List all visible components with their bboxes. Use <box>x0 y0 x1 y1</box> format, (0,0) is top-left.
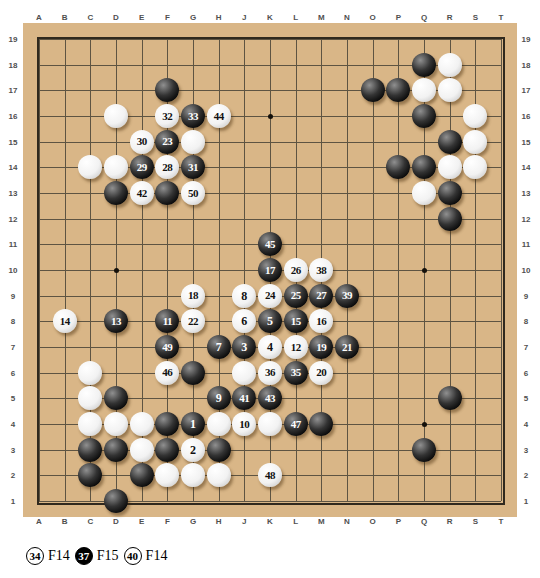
stone-black-k10: 17 <box>258 258 282 282</box>
stone-black-n7: 21 <box>335 335 359 359</box>
stone-black-h5: 9 <box>207 386 231 410</box>
coord-label-left: 19 <box>9 35 18 44</box>
coord-label-top: M <box>318 13 325 22</box>
move-number: 15 <box>291 316 301 327</box>
move-number: 27 <box>316 290 326 301</box>
coord-label-right: 1 <box>524 497 528 506</box>
coord-label-top: K <box>267 13 273 22</box>
move-number: 1 <box>190 418 196 430</box>
move-caption: 34F1437F1540F14 <box>26 545 167 567</box>
caption-stone-black: 37 <box>75 547 93 565</box>
move-number: 39 <box>342 290 352 301</box>
stone-black-d1 <box>104 489 128 513</box>
stone-white-k7: 4 <box>258 335 282 359</box>
stone-white-e3 <box>130 438 154 462</box>
stone-black-r12 <box>438 207 462 231</box>
stone-white-k6: 36 <box>258 361 282 385</box>
move-number: 41 <box>239 393 249 404</box>
coord-label-left: 9 <box>11 291 15 300</box>
move-number: 33 <box>188 111 198 122</box>
stone-black-q18 <box>412 53 436 77</box>
coord-label-left: 10 <box>9 266 18 275</box>
stone-black-l8: 15 <box>284 309 308 333</box>
move-number: 10 <box>239 419 249 430</box>
coord-label-right: 15 <box>522 137 531 146</box>
coord-label-right: 16 <box>522 112 531 121</box>
coord-label-top: R <box>447 13 453 22</box>
move-number: 3 <box>241 341 247 353</box>
stone-white-g13: 50 <box>181 181 205 205</box>
coord-label-bottom: P <box>396 517 401 526</box>
coord-label-bottom: N <box>344 517 350 526</box>
coord-label-top: E <box>139 13 144 22</box>
stone-white-h4 <box>207 412 231 436</box>
stone-black-r13 <box>438 181 462 205</box>
move-number: 36 <box>265 367 275 378</box>
coord-label-bottom: M <box>318 517 325 526</box>
stone-black-f15: 23 <box>155 130 179 154</box>
coord-label-right: 5 <box>524 394 528 403</box>
coord-label-top: B <box>62 13 68 22</box>
move-number: 22 <box>188 316 198 327</box>
coord-label-bottom: S <box>473 517 478 526</box>
stone-black-g16: 33 <box>181 104 205 128</box>
coord-label-left: 1 <box>11 497 15 506</box>
stone-black-h3 <box>207 438 231 462</box>
go-diagram-page: AABBCCDDEEFFGGHHJJKKLLMMNNOOPPQQRRSSTT19… <box>0 0 540 578</box>
coord-label-top: J <box>242 13 246 22</box>
move-number: 14 <box>60 316 70 327</box>
stone-black-d3 <box>104 438 128 462</box>
coord-label-bottom: B <box>62 517 68 526</box>
coord-label-left: 18 <box>9 60 18 69</box>
move-number: 19 <box>316 342 326 353</box>
coord-label-bottom: H <box>216 517 222 526</box>
move-number: 48 <box>265 470 275 481</box>
stone-white-k9: 24 <box>258 284 282 308</box>
coord-label-right: 10 <box>522 266 531 275</box>
stone-black-g4: 1 <box>181 412 205 436</box>
stone-black-n9: 39 <box>335 284 359 308</box>
move-number: 4 <box>267 341 273 353</box>
coord-label-top: O <box>370 13 376 22</box>
hoshi-dot <box>422 268 427 273</box>
stone-white-d16 <box>104 104 128 128</box>
coord-label-right: 4 <box>524 420 528 429</box>
coord-label-left: 7 <box>11 343 15 352</box>
stone-white-d4 <box>104 412 128 436</box>
coord-label-right: 18 <box>522 60 531 69</box>
caption-point: F15 <box>97 548 119 564</box>
move-number: 23 <box>162 136 172 147</box>
move-number: 47 <box>291 419 301 430</box>
move-number: 16 <box>316 316 326 327</box>
coord-label-bottom: D <box>113 517 119 526</box>
caption-item: 40F14 <box>124 547 168 565</box>
move-number: 44 <box>214 111 224 122</box>
move-number: 17 <box>265 265 275 276</box>
stone-black-l4: 47 <box>284 412 308 436</box>
move-number: 45 <box>265 239 275 250</box>
coord-label-left: 4 <box>11 420 15 429</box>
coord-label-top: P <box>396 13 401 22</box>
coord-label-bottom: L <box>293 517 298 526</box>
coord-label-left: 6 <box>11 368 15 377</box>
coord-label-left: 13 <box>9 189 18 198</box>
stone-white-l10: 26 <box>284 258 308 282</box>
coord-label-top: L <box>293 13 298 22</box>
coord-label-right: 9 <box>524 291 528 300</box>
caption-point: F14 <box>48 548 70 564</box>
coord-label-bottom: O <box>370 517 376 526</box>
move-number: 9 <box>216 392 222 404</box>
coord-label-bottom: C <box>87 517 93 526</box>
move-number: 21 <box>342 342 352 353</box>
stone-white-m6: 20 <box>309 361 333 385</box>
move-number: 38 <box>316 265 326 276</box>
caption-item: 34F14 <box>26 547 70 565</box>
stone-white-j9: 8 <box>232 284 256 308</box>
coord-label-right: 11 <box>522 240 530 249</box>
stone-black-g6 <box>181 361 205 385</box>
move-number: 43 <box>265 393 275 404</box>
stone-white-b8: 14 <box>53 309 77 333</box>
stone-white-l7: 12 <box>284 335 308 359</box>
coord-label-right: 3 <box>524 445 528 454</box>
stone-black-f3 <box>155 438 179 462</box>
move-number: 29 <box>137 162 147 173</box>
move-number: 2 <box>190 444 196 456</box>
hoshi-dot <box>114 268 119 273</box>
coord-label-bottom: J <box>242 517 246 526</box>
move-number: 25 <box>291 290 301 301</box>
coord-label-right: 2 <box>524 471 528 480</box>
coord-label-bottom: F <box>165 517 170 526</box>
hoshi-dot <box>268 114 273 119</box>
stone-black-r15 <box>438 130 462 154</box>
stone-white-g3: 2 <box>181 438 205 462</box>
move-number: 24 <box>265 290 275 301</box>
stone-black-l9: 25 <box>284 284 308 308</box>
stone-black-c3 <box>78 438 102 462</box>
stone-white-f6: 46 <box>155 361 179 385</box>
coord-label-left: 16 <box>9 112 18 121</box>
stone-black-o17 <box>361 78 385 102</box>
coord-label-right: 8 <box>524 317 528 326</box>
coord-label-right: 13 <box>522 189 531 198</box>
coord-label-left: 15 <box>9 137 18 146</box>
stone-white-e13: 42 <box>130 181 154 205</box>
move-number: 31 <box>188 162 198 173</box>
stone-black-r5 <box>438 386 462 410</box>
coord-label-right: 19 <box>522 35 531 44</box>
move-number: 26 <box>291 265 301 276</box>
coord-label-left: 12 <box>9 214 18 223</box>
coord-label-top: H <box>216 13 222 22</box>
move-number: 42 <box>137 188 147 199</box>
stone-black-m9: 27 <box>309 284 333 308</box>
coord-label-right: 6 <box>524 368 528 377</box>
coord-label-top: N <box>344 13 350 22</box>
coord-label-left: 2 <box>11 471 15 480</box>
coord-label-right: 12 <box>522 214 531 223</box>
stone-black-l6: 35 <box>284 361 308 385</box>
coord-label-top: G <box>190 13 196 22</box>
move-number: 49 <box>162 342 172 353</box>
coord-label-bottom: K <box>267 517 273 526</box>
move-number: 12 <box>291 342 301 353</box>
move-number: 8 <box>241 290 247 302</box>
caption-item: 37F15 <box>75 547 119 565</box>
stone-white-h2 <box>207 463 231 487</box>
coord-label-left: 11 <box>9 240 17 249</box>
coord-label-top: S <box>473 13 478 22</box>
stone-white-r17 <box>438 78 462 102</box>
coord-label-right: 14 <box>522 163 531 172</box>
caption-stone-white: 34 <box>26 547 44 565</box>
coord-label-left: 14 <box>9 163 18 172</box>
stone-black-q3 <box>412 438 436 462</box>
move-number: 46 <box>162 367 172 378</box>
coord-label-top: T <box>499 13 504 22</box>
coord-label-top: Q <box>421 13 427 22</box>
stone-white-r14 <box>438 155 462 179</box>
stone-white-e4 <box>130 412 154 436</box>
coord-label-top: D <box>113 13 119 22</box>
move-number: 13 <box>111 316 121 327</box>
caption-stone-white: 40 <box>124 547 142 565</box>
move-number: 6 <box>241 315 247 327</box>
stone-white-g9: 18 <box>181 284 205 308</box>
hoshi-dot <box>422 422 427 427</box>
stone-black-e2 <box>130 463 154 487</box>
stone-white-e15: 30 <box>130 130 154 154</box>
stone-white-k4 <box>258 412 282 436</box>
coord-label-right: 7 <box>524 343 528 352</box>
stone-white-g15 <box>181 130 205 154</box>
move-number: 28 <box>162 162 172 173</box>
coord-label-bottom: G <box>190 517 196 526</box>
stone-black-d13 <box>104 181 128 205</box>
move-number: 20 <box>316 367 326 378</box>
stone-white-r18 <box>438 53 462 77</box>
stone-white-h16: 44 <box>207 104 231 128</box>
stone-black-q16 <box>412 104 436 128</box>
coord-label-left: 17 <box>9 86 18 95</box>
caption-point: F14 <box>146 548 168 564</box>
move-number: 7 <box>216 341 222 353</box>
coord-label-top: C <box>87 13 93 22</box>
coord-label-bottom: A <box>36 517 42 526</box>
coord-label-left: 5 <box>11 394 15 403</box>
move-number: 18 <box>188 290 198 301</box>
coord-label-left: 3 <box>11 445 15 454</box>
stone-white-s15 <box>463 130 487 154</box>
stone-white-q13 <box>412 181 436 205</box>
stone-black-h7: 7 <box>207 335 231 359</box>
coord-label-left: 8 <box>11 317 15 326</box>
move-number: 5 <box>267 315 273 327</box>
stone-black-e14: 29 <box>130 155 154 179</box>
coord-label-bottom: E <box>139 517 144 526</box>
move-number: 30 <box>137 136 147 147</box>
move-number: 35 <box>291 367 301 378</box>
stone-white-j6 <box>232 361 256 385</box>
coord-label-right: 17 <box>522 86 531 95</box>
coord-label-bottom: T <box>499 517 504 526</box>
move-number: 50 <box>188 188 198 199</box>
stone-white-c6 <box>78 361 102 385</box>
coord-label-bottom: R <box>447 517 453 526</box>
coord-label-top: A <box>36 13 42 22</box>
coord-label-top: F <box>165 13 170 22</box>
move-number: 11 <box>163 316 172 327</box>
move-number: 32 <box>162 111 172 122</box>
coord-label-bottom: Q <box>421 517 427 526</box>
